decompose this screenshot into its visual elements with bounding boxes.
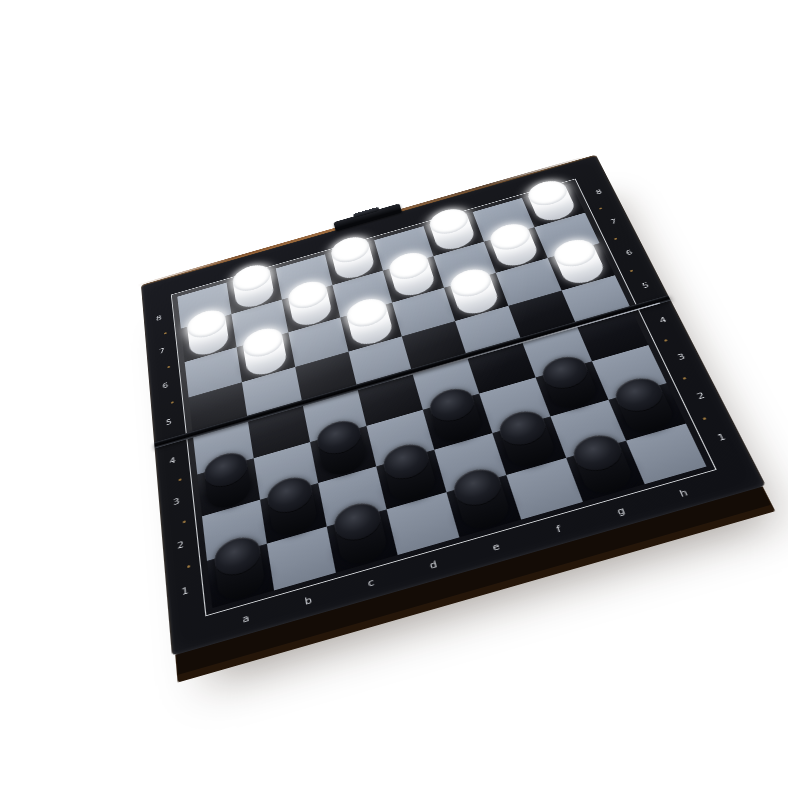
white-piece-b8[interactable]	[227, 268, 282, 314]
clasp-tab	[353, 207, 379, 218]
white-piece-a7[interactable]	[181, 314, 237, 362]
black-piece-c1[interactable]	[327, 509, 398, 572]
photo-background: abcdefgh8877665544332211	[0, 0, 788, 788]
white-piece-h8[interactable]	[522, 184, 585, 227]
black-piece-e1[interactable]	[446, 475, 521, 537]
white-piece-c7[interactable]	[282, 285, 340, 332]
white-piece-f6[interactable]	[444, 273, 508, 321]
white-piece-g7[interactable]	[484, 227, 548, 273]
white-piece-d8[interactable]	[325, 240, 383, 285]
black-piece-h2[interactable]	[608, 383, 685, 441]
black-piece-b2[interactable]	[260, 483, 327, 544]
black-piece-f2[interactable]	[492, 416, 566, 475]
black-piece-c3[interactable]	[310, 426, 376, 483]
white-piece-d6[interactable]	[340, 303, 402, 352]
black-piece-e3[interactable]	[423, 394, 493, 450]
black-piece-a1[interactable]	[207, 544, 274, 609]
black-piece-g1[interactable]	[566, 441, 645, 502]
black-piece-d2[interactable]	[376, 450, 446, 510]
white-piece-f8[interactable]	[423, 212, 484, 256]
black-piece-a3[interactable]	[197, 458, 260, 516]
white-piece-e7[interactable]	[383, 256, 444, 302]
white-piece-b6[interactable]	[237, 332, 296, 382]
checkers-board: abcdefgh8877665544332211	[141, 155, 766, 656]
black-piece-g3[interactable]	[536, 361, 609, 416]
white-piece-h6[interactable]	[548, 243, 615, 290]
pieces-layer	[141, 155, 766, 656]
